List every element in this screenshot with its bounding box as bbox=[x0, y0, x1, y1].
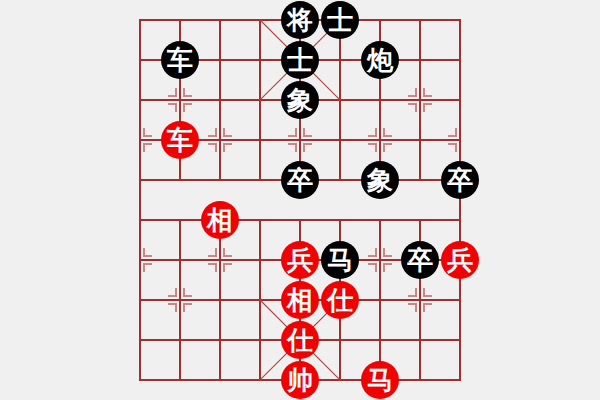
red-elephant[interactable]: 相 bbox=[281, 281, 319, 319]
xiangqi-app: 将士车士炮象车卒象卒相兵马卒兵相仕仕帅马 bbox=[0, 0, 600, 400]
black-cannon[interactable]: 炮 bbox=[361, 41, 399, 79]
black-elephant[interactable]: 象 bbox=[361, 161, 399, 199]
black-pawn[interactable]: 卒 bbox=[401, 241, 439, 279]
red-advisor[interactable]: 仕 bbox=[321, 281, 359, 319]
xiangqi-board[interactable]: 将士车士炮象车卒象卒相兵马卒兵相仕仕帅马 bbox=[120, 0, 480, 400]
red-general[interactable]: 帅 bbox=[281, 361, 319, 399]
red-advisor[interactable]: 仕 bbox=[281, 321, 319, 359]
red-pawn[interactable]: 兵 bbox=[441, 241, 479, 279]
red-chariot[interactable]: 车 bbox=[161, 121, 199, 159]
black-advisor[interactable]: 士 bbox=[321, 1, 359, 39]
black-horse[interactable]: 马 bbox=[321, 241, 359, 279]
red-pawn[interactable]: 兵 bbox=[281, 241, 319, 279]
black-pawn[interactable]: 卒 bbox=[441, 161, 479, 199]
red-elephant[interactable]: 相 bbox=[201, 201, 239, 239]
black-chariot[interactable]: 车 bbox=[161, 41, 199, 79]
black-general[interactable]: 将 bbox=[281, 1, 319, 39]
black-advisor[interactable]: 士 bbox=[281, 41, 319, 79]
black-pawn[interactable]: 卒 bbox=[281, 161, 319, 199]
black-elephant[interactable]: 象 bbox=[281, 81, 319, 119]
red-horse[interactable]: 马 bbox=[361, 361, 399, 399]
